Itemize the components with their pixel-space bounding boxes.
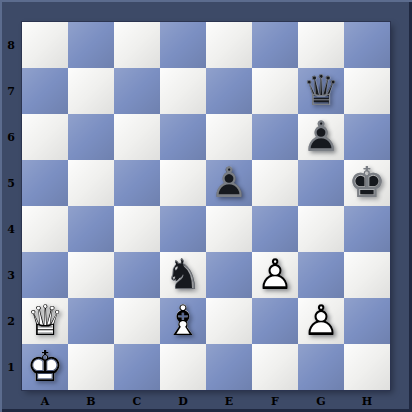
square-f7[interactable]: [252, 68, 298, 114]
square-c7[interactable]: [114, 68, 160, 114]
square-b7[interactable]: [68, 68, 114, 114]
square-c8[interactable]: [114, 22, 160, 68]
square-h7[interactable]: [344, 68, 390, 114]
square-e6[interactable]: [206, 114, 252, 160]
square-e5[interactable]: ♟︎♙︎: [206, 160, 252, 206]
white-pawn[interactable]: ♟︎♙︎: [252, 252, 298, 298]
pawn-glyph-outline: ♙︎: [298, 114, 344, 160]
square-e1[interactable]: [206, 344, 252, 390]
pawn-glyph-outline: ♙︎: [298, 298, 344, 344]
square-f5[interactable]: [252, 160, 298, 206]
rank-label-2: 2: [0, 298, 22, 344]
square-f3[interactable]: ♟︎♙︎: [252, 252, 298, 298]
queen-glyph-outline: ♕︎: [298, 68, 344, 114]
white-king[interactable]: ♚︎♔︎: [22, 344, 68, 390]
square-b6[interactable]: [68, 114, 114, 160]
square-e4[interactable]: [206, 206, 252, 252]
square-c1[interactable]: [114, 344, 160, 390]
rank-label-7: 7: [0, 68, 22, 114]
square-g5[interactable]: [298, 160, 344, 206]
king-glyph-outline: ♔︎: [344, 160, 390, 206]
square-g2[interactable]: ♟︎♙︎: [298, 298, 344, 344]
square-g1[interactable]: [298, 344, 344, 390]
rank-label-5: 5: [0, 160, 22, 206]
rank-labels: 87654321: [0, 22, 22, 390]
file-label-b: B: [68, 390, 114, 412]
rank-label-8: 8: [0, 22, 22, 68]
file-label-c: C: [114, 390, 160, 412]
black-knight[interactable]: ♞︎♘︎: [160, 252, 206, 298]
square-e7[interactable]: [206, 68, 252, 114]
square-a4[interactable]: [22, 206, 68, 252]
file-label-d: D: [160, 390, 206, 412]
file-label-g: G: [298, 390, 344, 412]
file-label-e: E: [206, 390, 252, 412]
black-pawn[interactable]: ♟︎♙︎: [298, 114, 344, 160]
square-d4[interactable]: [160, 206, 206, 252]
square-b1[interactable]: [68, 344, 114, 390]
square-a6[interactable]: [22, 114, 68, 160]
square-c3[interactable]: [114, 252, 160, 298]
square-g8[interactable]: [298, 22, 344, 68]
square-d5[interactable]: [160, 160, 206, 206]
black-pawn[interactable]: ♟︎♙︎: [206, 160, 252, 206]
square-f8[interactable]: [252, 22, 298, 68]
square-d1[interactable]: [160, 344, 206, 390]
square-a7[interactable]: [22, 68, 68, 114]
square-e3[interactable]: [206, 252, 252, 298]
square-b5[interactable]: [68, 160, 114, 206]
square-e2[interactable]: [206, 298, 252, 344]
king-glyph-outline: ♔︎: [22, 344, 68, 390]
square-f4[interactable]: [252, 206, 298, 252]
square-g4[interactable]: [298, 206, 344, 252]
rank-label-4: 4: [0, 206, 22, 252]
square-d6[interactable]: [160, 114, 206, 160]
square-h5[interactable]: ♚︎♔︎: [344, 160, 390, 206]
black-queen[interactable]: ♛︎♕︎: [298, 68, 344, 114]
square-c2[interactable]: [114, 298, 160, 344]
square-c4[interactable]: [114, 206, 160, 252]
file-label-f: F: [252, 390, 298, 412]
square-g3[interactable]: [298, 252, 344, 298]
square-a5[interactable]: [22, 160, 68, 206]
square-b8[interactable]: [68, 22, 114, 68]
knight-glyph-outline: ♘︎: [160, 252, 206, 298]
square-g6[interactable]: ♟︎♙︎: [298, 114, 344, 160]
square-h2[interactable]: [344, 298, 390, 344]
queen-glyph-outline: ♕︎: [22, 298, 68, 344]
chess-board: ♛︎♕︎♟︎♙︎♟︎♙︎♚︎♔︎♞︎♘︎♟︎♙︎♛︎♕︎♝︎♗︎♟︎♙︎♚︎♔︎: [22, 22, 390, 390]
file-labels: ABCDEFGH: [22, 390, 390, 412]
square-d2[interactable]: ♝︎♗︎: [160, 298, 206, 344]
white-pawn[interactable]: ♟︎♙︎: [298, 298, 344, 344]
square-a3[interactable]: [22, 252, 68, 298]
pawn-glyph-outline: ♙︎: [252, 252, 298, 298]
chess-diagram: 87654321 ♛︎♕︎♟︎♙︎♟︎♙︎♚︎♔︎♞︎♘︎♟︎♙︎♛︎♕︎♝︎♗…: [0, 0, 412, 412]
square-a2[interactable]: ♛︎♕︎: [22, 298, 68, 344]
square-h1[interactable]: [344, 344, 390, 390]
black-king[interactable]: ♚︎♔︎: [344, 160, 390, 206]
square-h4[interactable]: [344, 206, 390, 252]
square-g7[interactable]: ♛︎♕︎: [298, 68, 344, 114]
rank-label-1: 1: [0, 344, 22, 390]
file-label-h: H: [344, 390, 390, 412]
square-b2[interactable]: [68, 298, 114, 344]
square-b4[interactable]: [68, 206, 114, 252]
square-d3[interactable]: ♞︎♘︎: [160, 252, 206, 298]
square-d8[interactable]: [160, 22, 206, 68]
square-b3[interactable]: [68, 252, 114, 298]
square-a1[interactable]: ♚︎♔︎: [22, 344, 68, 390]
square-d7[interactable]: [160, 68, 206, 114]
square-f2[interactable]: [252, 298, 298, 344]
file-label-a: A: [22, 390, 68, 412]
square-h6[interactable]: [344, 114, 390, 160]
pawn-glyph-outline: ♙︎: [206, 160, 252, 206]
square-h3[interactable]: [344, 252, 390, 298]
square-f6[interactable]: [252, 114, 298, 160]
square-h8[interactable]: [344, 22, 390, 68]
rank-label-6: 6: [0, 114, 22, 160]
square-c5[interactable]: [114, 160, 160, 206]
white-queen[interactable]: ♛︎♕︎: [22, 298, 68, 344]
square-c6[interactable]: [114, 114, 160, 160]
bishop-glyph-outline: ♗︎: [160, 298, 206, 344]
square-f1[interactable]: [252, 344, 298, 390]
square-e8[interactable]: [206, 22, 252, 68]
rank-label-3: 3: [0, 252, 22, 298]
square-a8[interactable]: [22, 22, 68, 68]
white-bishop[interactable]: ♝︎♗︎: [160, 298, 206, 344]
